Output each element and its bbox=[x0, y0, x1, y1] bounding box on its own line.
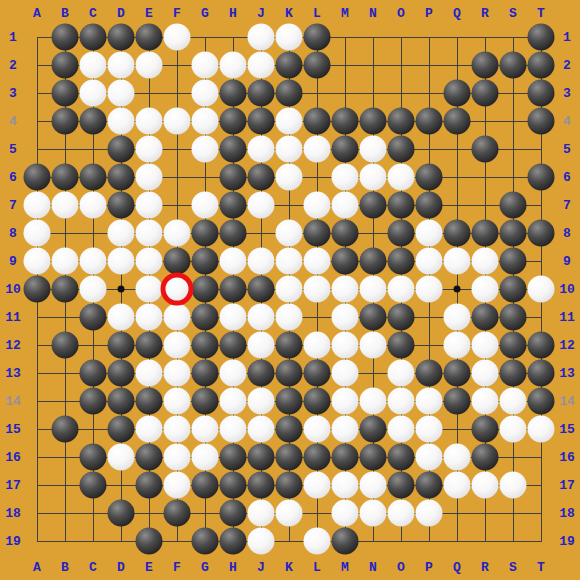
intersection-T19[interactable] bbox=[527, 527, 555, 555]
white-stone-L9[interactable] bbox=[304, 248, 331, 275]
white-stone-B9[interactable] bbox=[52, 248, 79, 275]
black-stone-O9[interactable] bbox=[388, 248, 415, 275]
white-stone-O6[interactable] bbox=[388, 164, 415, 191]
intersection-D10[interactable] bbox=[107, 275, 135, 303]
white-stone-D16[interactable] bbox=[108, 444, 135, 471]
white-stone-M15[interactable] bbox=[332, 416, 359, 443]
black-stone-E12[interactable] bbox=[136, 332, 163, 359]
black-stone-C11[interactable] bbox=[80, 304, 107, 331]
intersection-N13[interactable] bbox=[359, 359, 387, 387]
intersection-S1[interactable] bbox=[499, 23, 527, 51]
intersection-Q2[interactable] bbox=[443, 51, 471, 79]
intersection-N19[interactable] bbox=[359, 527, 387, 555]
intersection-G1[interactable] bbox=[191, 23, 219, 51]
intersection-T11[interactable] bbox=[527, 303, 555, 331]
white-stone-L17[interactable] bbox=[304, 472, 331, 499]
white-stone-T10[interactable] bbox=[528, 276, 555, 303]
intersection-E3[interactable] bbox=[135, 79, 163, 107]
intersection-Q10[interactable] bbox=[443, 275, 471, 303]
white-stone-F13[interactable] bbox=[164, 360, 191, 387]
intersection-A15[interactable] bbox=[23, 415, 51, 443]
black-stone-H3[interactable] bbox=[220, 80, 247, 107]
white-stone-L12[interactable] bbox=[304, 332, 331, 359]
intersection-O19[interactable] bbox=[387, 527, 415, 555]
white-stone-G4[interactable] bbox=[192, 108, 219, 135]
black-stone-N15[interactable] bbox=[360, 416, 387, 443]
intersection-A19[interactable] bbox=[23, 527, 51, 555]
intersection-B11[interactable] bbox=[51, 303, 79, 331]
black-stone-C6[interactable] bbox=[80, 164, 107, 191]
white-stone-C2[interactable] bbox=[80, 52, 107, 79]
intersection-A11[interactable] bbox=[23, 303, 51, 331]
white-stone-M14[interactable] bbox=[332, 388, 359, 415]
intersection-N3[interactable] bbox=[359, 79, 387, 107]
white-stone-O18[interactable] bbox=[388, 500, 415, 527]
black-stone-O7[interactable] bbox=[388, 192, 415, 219]
intersection-Q6[interactable] bbox=[443, 163, 471, 191]
intersection-R4[interactable] bbox=[471, 107, 499, 135]
intersection-P5[interactable] bbox=[415, 135, 443, 163]
white-stone-T15[interactable] bbox=[528, 416, 555, 443]
black-stone-K16[interactable] bbox=[276, 444, 303, 471]
intersection-A3[interactable] bbox=[23, 79, 51, 107]
white-stone-P14[interactable] bbox=[416, 388, 443, 415]
white-stone-M10[interactable] bbox=[332, 276, 359, 303]
white-stone-H2[interactable] bbox=[220, 52, 247, 79]
black-stone-H19[interactable] bbox=[220, 528, 247, 555]
white-stone-F15[interactable] bbox=[164, 416, 191, 443]
intersection-A16[interactable] bbox=[23, 443, 51, 471]
black-stone-R2[interactable] bbox=[472, 52, 499, 79]
intersection-T18[interactable] bbox=[527, 499, 555, 527]
white-stone-N12[interactable] bbox=[360, 332, 387, 359]
intersection-E18[interactable] bbox=[135, 499, 163, 527]
intersection-P1[interactable] bbox=[415, 23, 443, 51]
black-stone-G9[interactable] bbox=[192, 248, 219, 275]
intersection-O3[interactable] bbox=[387, 79, 415, 107]
intersection-A18[interactable] bbox=[23, 499, 51, 527]
white-stone-A8[interactable] bbox=[24, 220, 51, 247]
black-stone-S9[interactable] bbox=[500, 248, 527, 275]
black-stone-G17[interactable] bbox=[192, 472, 219, 499]
intersection-Q15[interactable] bbox=[443, 415, 471, 443]
white-stone-J12[interactable] bbox=[248, 332, 275, 359]
black-stone-L1[interactable] bbox=[304, 24, 331, 51]
white-stone-B7[interactable] bbox=[52, 192, 79, 219]
black-stone-N9[interactable] bbox=[360, 248, 387, 275]
white-stone-S15[interactable] bbox=[500, 416, 527, 443]
white-stone-N18[interactable] bbox=[360, 500, 387, 527]
white-stone-R17[interactable] bbox=[472, 472, 499, 499]
intersection-M3[interactable] bbox=[331, 79, 359, 107]
white-stone-J11[interactable] bbox=[248, 304, 275, 331]
white-stone-O15[interactable] bbox=[388, 416, 415, 443]
intersection-H1[interactable] bbox=[219, 23, 247, 51]
white-stone-Q12[interactable] bbox=[444, 332, 471, 359]
intersection-G6[interactable] bbox=[191, 163, 219, 191]
white-stone-F12[interactable] bbox=[164, 332, 191, 359]
black-stone-B3[interactable] bbox=[52, 80, 79, 107]
intersection-G18[interactable] bbox=[191, 499, 219, 527]
white-stone-D4[interactable] bbox=[108, 108, 135, 135]
white-stone-R13[interactable] bbox=[472, 360, 499, 387]
black-stone-J3[interactable] bbox=[248, 80, 275, 107]
white-stone-P10[interactable] bbox=[416, 276, 443, 303]
black-stone-S13[interactable] bbox=[500, 360, 527, 387]
white-stone-E13[interactable] bbox=[136, 360, 163, 387]
white-stone-E11[interactable] bbox=[136, 304, 163, 331]
intersection-L18[interactable] bbox=[303, 499, 331, 527]
black-stone-P4[interactable] bbox=[416, 108, 443, 135]
white-stone-F17[interactable] bbox=[164, 472, 191, 499]
black-stone-O11[interactable] bbox=[388, 304, 415, 331]
black-stone-H5[interactable] bbox=[220, 136, 247, 163]
black-stone-H7[interactable] bbox=[220, 192, 247, 219]
black-stone-T13[interactable] bbox=[528, 360, 555, 387]
intersection-A13[interactable] bbox=[23, 359, 51, 387]
black-stone-S10[interactable] bbox=[500, 276, 527, 303]
black-stone-D1[interactable] bbox=[108, 24, 135, 51]
black-stone-R15[interactable] bbox=[472, 416, 499, 443]
intersection-D17[interactable] bbox=[107, 471, 135, 499]
white-stone-R9[interactable] bbox=[472, 248, 499, 275]
black-stone-K12[interactable] bbox=[276, 332, 303, 359]
black-stone-B4[interactable] bbox=[52, 108, 79, 135]
intersection-T16[interactable] bbox=[527, 443, 555, 471]
white-stone-J7[interactable] bbox=[248, 192, 275, 219]
black-stone-N7[interactable] bbox=[360, 192, 387, 219]
intersection-T17[interactable] bbox=[527, 471, 555, 499]
white-stone-L19[interactable] bbox=[304, 528, 331, 555]
black-stone-H18[interactable] bbox=[220, 500, 247, 527]
black-stone-J4[interactable] bbox=[248, 108, 275, 135]
intersection-D19[interactable] bbox=[107, 527, 135, 555]
black-stone-M8[interactable] bbox=[332, 220, 359, 247]
black-stone-B1[interactable] bbox=[52, 24, 79, 51]
intersection-L11[interactable] bbox=[303, 303, 331, 331]
black-stone-J17[interactable] bbox=[248, 472, 275, 499]
black-stone-C1[interactable] bbox=[80, 24, 107, 51]
black-stone-G19[interactable] bbox=[192, 528, 219, 555]
black-stone-T14[interactable] bbox=[528, 388, 555, 415]
white-stone-C7[interactable] bbox=[80, 192, 107, 219]
intersection-R1[interactable] bbox=[471, 23, 499, 51]
black-stone-B2[interactable] bbox=[52, 52, 79, 79]
black-stone-C14[interactable] bbox=[80, 388, 107, 415]
white-stone-J1[interactable] bbox=[248, 24, 275, 51]
white-stone-L7[interactable] bbox=[304, 192, 331, 219]
white-stone-S14[interactable] bbox=[500, 388, 527, 415]
white-stone-O13[interactable] bbox=[388, 360, 415, 387]
intersection-A4[interactable] bbox=[23, 107, 51, 135]
intersection-R6[interactable] bbox=[471, 163, 499, 191]
white-stone-M11[interactable] bbox=[332, 304, 359, 331]
black-stone-N16[interactable] bbox=[360, 444, 387, 471]
black-stone-L16[interactable] bbox=[304, 444, 331, 471]
black-stone-B15[interactable] bbox=[52, 416, 79, 443]
black-stone-C13[interactable] bbox=[80, 360, 107, 387]
intersection-N8[interactable] bbox=[359, 219, 387, 247]
black-stone-H10[interactable] bbox=[220, 276, 247, 303]
black-stone-J10[interactable] bbox=[248, 276, 275, 303]
white-stone-D2[interactable] bbox=[108, 52, 135, 79]
black-stone-B6[interactable] bbox=[52, 164, 79, 191]
black-stone-E19[interactable] bbox=[136, 528, 163, 555]
black-stone-A6[interactable] bbox=[24, 164, 51, 191]
black-stone-H16[interactable] bbox=[220, 444, 247, 471]
white-stone-G2[interactable] bbox=[192, 52, 219, 79]
white-stone-Q11[interactable] bbox=[444, 304, 471, 331]
intersection-Q18[interactable] bbox=[443, 499, 471, 527]
white-stone-G5[interactable] bbox=[192, 136, 219, 163]
white-stone-H9[interactable] bbox=[220, 248, 247, 275]
go-board[interactable]: AABBCCDDEEFFGGHHJJKKLLMMNNOOPPQQRRSSTT11… bbox=[0, 0, 580, 580]
white-stone-G7[interactable] bbox=[192, 192, 219, 219]
intersection-B17[interactable] bbox=[51, 471, 79, 499]
white-stone-J14[interactable] bbox=[248, 388, 275, 415]
intersection-B18[interactable] bbox=[51, 499, 79, 527]
intersection-F19[interactable] bbox=[163, 527, 191, 555]
black-stone-T4[interactable] bbox=[528, 108, 555, 135]
black-stone-K14[interactable] bbox=[276, 388, 303, 415]
white-stone-Q9[interactable] bbox=[444, 248, 471, 275]
black-stone-S8[interactable] bbox=[500, 220, 527, 247]
white-stone-N10[interactable] bbox=[360, 276, 387, 303]
black-stone-K3[interactable] bbox=[276, 80, 303, 107]
white-stone-Q17[interactable] bbox=[444, 472, 471, 499]
intersection-O1[interactable] bbox=[387, 23, 415, 51]
black-stone-O17[interactable] bbox=[388, 472, 415, 499]
black-stone-H6[interactable] bbox=[220, 164, 247, 191]
white-stone-O14[interactable] bbox=[388, 388, 415, 415]
black-stone-G14[interactable] bbox=[192, 388, 219, 415]
black-stone-S2[interactable] bbox=[500, 52, 527, 79]
white-stone-J9[interactable] bbox=[248, 248, 275, 275]
intersection-J8[interactable] bbox=[247, 219, 275, 247]
black-stone-O16[interactable] bbox=[388, 444, 415, 471]
white-stone-P15[interactable] bbox=[416, 416, 443, 443]
black-stone-S12[interactable] bbox=[500, 332, 527, 359]
intersection-Q5[interactable] bbox=[443, 135, 471, 163]
black-stone-O4[interactable] bbox=[388, 108, 415, 135]
white-stone-N17[interactable] bbox=[360, 472, 387, 499]
intersection-P3[interactable] bbox=[415, 79, 443, 107]
black-stone-R3[interactable] bbox=[472, 80, 499, 107]
intersection-Q19[interactable] bbox=[443, 527, 471, 555]
intersection-M1[interactable] bbox=[331, 23, 359, 51]
white-stone-M18[interactable] bbox=[332, 500, 359, 527]
black-stone-Q4[interactable] bbox=[444, 108, 471, 135]
black-stone-G10[interactable] bbox=[192, 276, 219, 303]
white-stone-J15[interactable] bbox=[248, 416, 275, 443]
black-stone-M4[interactable] bbox=[332, 108, 359, 135]
black-stone-E1[interactable] bbox=[136, 24, 163, 51]
black-stone-M5[interactable] bbox=[332, 136, 359, 163]
black-stone-F9[interactable] bbox=[164, 248, 191, 275]
intersection-L3[interactable] bbox=[303, 79, 331, 107]
white-stone-K9[interactable] bbox=[276, 248, 303, 275]
white-stone-F1[interactable] bbox=[164, 24, 191, 51]
black-stone-D12[interactable] bbox=[108, 332, 135, 359]
white-stone-P8[interactable] bbox=[416, 220, 443, 247]
intersection-S6[interactable] bbox=[499, 163, 527, 191]
black-stone-P13[interactable] bbox=[416, 360, 443, 387]
intersection-S5[interactable] bbox=[499, 135, 527, 163]
black-stone-T3[interactable] bbox=[528, 80, 555, 107]
intersection-T9[interactable] bbox=[527, 247, 555, 275]
black-stone-L4[interactable] bbox=[304, 108, 331, 135]
intersection-B8[interactable] bbox=[51, 219, 79, 247]
intersection-F3[interactable] bbox=[163, 79, 191, 107]
black-stone-R11[interactable] bbox=[472, 304, 499, 331]
black-stone-L14[interactable] bbox=[304, 388, 331, 415]
white-stone-G16[interactable] bbox=[192, 444, 219, 471]
intersection-Q1[interactable] bbox=[443, 23, 471, 51]
intersection-C19[interactable] bbox=[79, 527, 107, 555]
black-stone-O8[interactable] bbox=[388, 220, 415, 247]
black-stone-G13[interactable] bbox=[192, 360, 219, 387]
intersection-K7[interactable] bbox=[275, 191, 303, 219]
white-stone-J19[interactable] bbox=[248, 528, 275, 555]
black-stone-C16[interactable] bbox=[80, 444, 107, 471]
black-stone-K2[interactable] bbox=[276, 52, 303, 79]
intersection-S3[interactable] bbox=[499, 79, 527, 107]
white-stone-J18[interactable] bbox=[248, 500, 275, 527]
intersection-C18[interactable] bbox=[79, 499, 107, 527]
intersection-M2[interactable] bbox=[331, 51, 359, 79]
white-stone-N14[interactable] bbox=[360, 388, 387, 415]
white-stone-K11[interactable] bbox=[276, 304, 303, 331]
intersection-F5[interactable] bbox=[163, 135, 191, 163]
white-stone-J5[interactable] bbox=[248, 136, 275, 163]
black-stone-J6[interactable] bbox=[248, 164, 275, 191]
black-stone-R8[interactable] bbox=[472, 220, 499, 247]
black-stone-M16[interactable] bbox=[332, 444, 359, 471]
black-stone-T12[interactable] bbox=[528, 332, 555, 359]
white-stone-D9[interactable] bbox=[108, 248, 135, 275]
white-stone-E7[interactable] bbox=[136, 192, 163, 219]
white-stone-D8[interactable] bbox=[108, 220, 135, 247]
intersection-R19[interactable] bbox=[471, 527, 499, 555]
white-stone-P18[interactable] bbox=[416, 500, 443, 527]
black-stone-D6[interactable] bbox=[108, 164, 135, 191]
intersection-A5[interactable] bbox=[23, 135, 51, 163]
white-stone-M12[interactable] bbox=[332, 332, 359, 359]
white-stone-H11[interactable] bbox=[220, 304, 247, 331]
intersection-N1[interactable] bbox=[359, 23, 387, 51]
black-stone-L13[interactable] bbox=[304, 360, 331, 387]
white-stone-F16[interactable] bbox=[164, 444, 191, 471]
white-stone-E8[interactable] bbox=[136, 220, 163, 247]
intersection-A17[interactable] bbox=[23, 471, 51, 499]
black-stone-J16[interactable] bbox=[248, 444, 275, 471]
intersection-K19[interactable] bbox=[275, 527, 303, 555]
white-stone-A7[interactable] bbox=[24, 192, 51, 219]
white-stone-E5[interactable] bbox=[136, 136, 163, 163]
intersection-S18[interactable] bbox=[499, 499, 527, 527]
white-stone-C10[interactable] bbox=[80, 276, 107, 303]
intersection-P19[interactable] bbox=[415, 527, 443, 555]
white-stone-H15[interactable] bbox=[220, 416, 247, 443]
white-stone-G3[interactable] bbox=[192, 80, 219, 107]
intersection-Q7[interactable] bbox=[443, 191, 471, 219]
intersection-B13[interactable] bbox=[51, 359, 79, 387]
white-stone-K4[interactable] bbox=[276, 108, 303, 135]
intersection-R7[interactable] bbox=[471, 191, 499, 219]
white-stone-K5[interactable] bbox=[276, 136, 303, 163]
black-stone-O5[interactable] bbox=[388, 136, 415, 163]
intersection-F2[interactable] bbox=[163, 51, 191, 79]
black-stone-D7[interactable] bbox=[108, 192, 135, 219]
white-stone-L10[interactable] bbox=[304, 276, 331, 303]
intersection-A12[interactable] bbox=[23, 331, 51, 359]
black-stone-S11[interactable] bbox=[500, 304, 527, 331]
black-stone-R5[interactable] bbox=[472, 136, 499, 163]
white-stone-O10[interactable] bbox=[388, 276, 415, 303]
white-stone-E6[interactable] bbox=[136, 164, 163, 191]
black-stone-G8[interactable] bbox=[192, 220, 219, 247]
black-stone-D14[interactable] bbox=[108, 388, 135, 415]
black-stone-B12[interactable] bbox=[52, 332, 79, 359]
black-stone-N11[interactable] bbox=[360, 304, 387, 331]
intersection-S19[interactable] bbox=[499, 527, 527, 555]
intersection-N2[interactable] bbox=[359, 51, 387, 79]
white-stone-Q16[interactable] bbox=[444, 444, 471, 471]
intersection-A14[interactable] bbox=[23, 387, 51, 415]
black-stone-K15[interactable] bbox=[276, 416, 303, 443]
black-stone-D15[interactable] bbox=[108, 416, 135, 443]
intersection-B16[interactable] bbox=[51, 443, 79, 471]
black-stone-D18[interactable] bbox=[108, 500, 135, 527]
black-stone-C4[interactable] bbox=[80, 108, 107, 135]
black-stone-D13[interactable] bbox=[108, 360, 135, 387]
black-stone-M19[interactable] bbox=[332, 528, 359, 555]
white-stone-C3[interactable] bbox=[80, 80, 107, 107]
white-stone-E4[interactable] bbox=[136, 108, 163, 135]
black-stone-Q3[interactable] bbox=[444, 80, 471, 107]
black-stone-T8[interactable] bbox=[528, 220, 555, 247]
white-stone-K10[interactable] bbox=[276, 276, 303, 303]
white-stone-J2[interactable] bbox=[248, 52, 275, 79]
intersection-L6[interactable] bbox=[303, 163, 331, 191]
white-stone-M7[interactable] bbox=[332, 192, 359, 219]
white-stone-G15[interactable] bbox=[192, 416, 219, 443]
black-stone-H4[interactable] bbox=[220, 108, 247, 135]
white-stone-A9[interactable] bbox=[24, 248, 51, 275]
white-stone-M17[interactable] bbox=[332, 472, 359, 499]
white-stone-N5[interactable] bbox=[360, 136, 387, 163]
intersection-C8[interactable] bbox=[79, 219, 107, 247]
black-stone-H8[interactable] bbox=[220, 220, 247, 247]
white-stone-P9[interactable] bbox=[416, 248, 443, 275]
black-stone-M9[interactable] bbox=[332, 248, 359, 275]
white-stone-F8[interactable] bbox=[164, 220, 191, 247]
black-stone-T2[interactable] bbox=[528, 52, 555, 79]
black-stone-R16[interactable] bbox=[472, 444, 499, 471]
intersection-P11[interactable] bbox=[415, 303, 443, 331]
white-stone-H14[interactable] bbox=[220, 388, 247, 415]
white-stone-D11[interactable] bbox=[108, 304, 135, 331]
intersection-C15[interactable] bbox=[79, 415, 107, 443]
black-stone-A10[interactable] bbox=[24, 276, 51, 303]
white-stone-R10[interactable] bbox=[472, 276, 499, 303]
white-stone-S17[interactable] bbox=[500, 472, 527, 499]
white-stone-K8[interactable] bbox=[276, 220, 303, 247]
intersection-A1[interactable] bbox=[23, 23, 51, 51]
black-stone-N4[interactable] bbox=[360, 108, 387, 135]
white-stone-R14[interactable] bbox=[472, 388, 499, 415]
black-stone-K13[interactable] bbox=[276, 360, 303, 387]
